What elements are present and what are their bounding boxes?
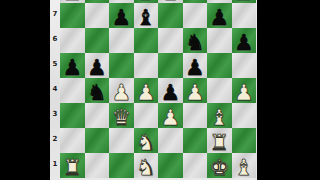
white-bishop[interactable]: ♝	[234, 155, 254, 178]
letterbox-left	[0, 0, 50, 180]
square-c6[interactable]	[109, 28, 134, 53]
square-d6[interactable]	[134, 28, 159, 53]
rank-label-3: 3	[50, 110, 60, 118]
black-knight[interactable]: ♞	[87, 80, 107, 105]
chess-board: ♜♛♚♜♟♝♟♞♟♟♟♟♞♟♟♟♟♟♛♟♝♞♜♜♞♚♝	[60, 0, 256, 178]
square-h2[interactable]	[232, 128, 257, 153]
black-pawn[interactable]: ♟	[111, 5, 131, 30]
square-a1[interactable]: ♜	[60, 153, 85, 178]
letterbox-right	[257, 0, 320, 180]
white-pawn[interactable]: ♟	[185, 80, 205, 105]
square-e5[interactable]	[158, 53, 183, 78]
square-d7[interactable]: ♝	[134, 3, 159, 28]
rank-label-6: 6	[50, 35, 60, 43]
white-king[interactable]: ♚	[209, 155, 229, 178]
white-pawn[interactable]: ♟	[234, 80, 254, 105]
square-f2[interactable]	[183, 128, 208, 153]
square-f4[interactable]: ♟	[183, 78, 208, 103]
square-f5[interactable]: ♟	[183, 53, 208, 78]
rank-labels: 7 6 5 4 3 2 1	[50, 0, 60, 180]
rank-label-2: 2	[50, 135, 60, 143]
square-a3[interactable]	[60, 103, 85, 128]
square-a7[interactable]	[60, 3, 85, 28]
white-queen[interactable]: ♛	[111, 105, 131, 130]
white-bishop[interactable]: ♝	[209, 105, 229, 130]
square-e2[interactable]	[158, 128, 183, 153]
black-pawn[interactable]: ♟	[160, 80, 180, 105]
white-pawn[interactable]: ♟	[136, 80, 156, 105]
black-pawn[interactable]: ♟	[185, 55, 205, 80]
square-g6[interactable]	[207, 28, 232, 53]
square-h6[interactable]: ♟	[232, 28, 257, 53]
white-knight[interactable]: ♞	[136, 130, 156, 155]
square-g1[interactable]: ♚	[207, 153, 232, 178]
rank-label-1: 1	[50, 160, 60, 168]
square-c4[interactable]: ♟	[109, 78, 134, 103]
square-e1[interactable]	[158, 153, 183, 178]
white-pawn[interactable]: ♟	[160, 105, 180, 130]
white-rook[interactable]: ♜	[62, 155, 82, 178]
square-e4[interactable]: ♟	[158, 78, 183, 103]
white-pawn[interactable]: ♟	[111, 80, 131, 105]
square-h4[interactable]: ♟	[232, 78, 257, 103]
square-g4[interactable]	[207, 78, 232, 103]
square-b5[interactable]: ♟	[85, 53, 110, 78]
square-g2[interactable]: ♜	[207, 128, 232, 153]
black-knight[interactable]: ♞	[185, 30, 205, 55]
black-bishop[interactable]: ♝	[136, 5, 156, 30]
square-c3[interactable]: ♛	[109, 103, 134, 128]
square-f1[interactable]	[183, 153, 208, 178]
square-f3[interactable]	[183, 103, 208, 128]
square-e7[interactable]	[158, 3, 183, 28]
square-a5[interactable]: ♟	[60, 53, 85, 78]
square-d1[interactable]: ♞	[134, 153, 159, 178]
square-h1[interactable]: ♝	[232, 153, 257, 178]
white-knight[interactable]: ♞	[136, 155, 156, 178]
square-b1[interactable]	[85, 153, 110, 178]
app-window: 7 6 5 4 3 2 1 ♜♛♚♜♟♝♟♞♟♟♟♟♞♟♟♟♟♟♛♟♝♞♜♜♞♚…	[0, 0, 320, 180]
square-g5[interactable]	[207, 53, 232, 78]
square-a2[interactable]	[60, 128, 85, 153]
square-g7[interactable]: ♟	[207, 3, 232, 28]
square-h5[interactable]	[232, 53, 257, 78]
black-pawn[interactable]: ♟	[234, 30, 254, 55]
square-b2[interactable]	[85, 128, 110, 153]
square-b3[interactable]	[85, 103, 110, 128]
square-d2[interactable]: ♞	[134, 128, 159, 153]
square-g3[interactable]: ♝	[207, 103, 232, 128]
white-rook[interactable]: ♜	[209, 130, 229, 155]
square-f6[interactable]: ♞	[183, 28, 208, 53]
square-e6[interactable]	[158, 28, 183, 53]
square-h7[interactable]	[232, 3, 257, 28]
black-pawn[interactable]: ♟	[209, 5, 229, 30]
square-c5[interactable]	[109, 53, 134, 78]
square-c1[interactable]	[109, 153, 134, 178]
square-d3[interactable]	[134, 103, 159, 128]
board-viewport: ♜♛♚♜♟♝♟♞♟♟♟♟♞♟♟♟♟♟♛♟♝♞♜♜♞♚♝	[60, 0, 256, 178]
square-e3[interactable]: ♟	[158, 103, 183, 128]
square-f7[interactable]	[183, 3, 208, 28]
square-a4[interactable]	[60, 78, 85, 103]
square-d5[interactable]	[134, 53, 159, 78]
black-pawn[interactable]: ♟	[62, 55, 82, 80]
square-d4[interactable]: ♟	[134, 78, 159, 103]
rank-label-5: 5	[50, 60, 60, 68]
square-a6[interactable]	[60, 28, 85, 53]
rank-label-7: 7	[50, 10, 60, 18]
square-h3[interactable]	[232, 103, 257, 128]
square-b7[interactable]	[85, 3, 110, 28]
square-c2[interactable]	[109, 128, 134, 153]
square-c7[interactable]: ♟	[109, 3, 134, 28]
rank-label-4: 4	[50, 85, 60, 93]
square-b6[interactable]	[85, 28, 110, 53]
board-panel: 7 6 5 4 3 2 1 ♜♛♚♜♟♝♟♞♟♟♟♟♞♟♟♟♟♟♛♟♝♞♜♜♞♚…	[50, 0, 257, 180]
black-pawn[interactable]: ♟	[87, 55, 107, 80]
square-b4[interactable]: ♞	[85, 78, 110, 103]
